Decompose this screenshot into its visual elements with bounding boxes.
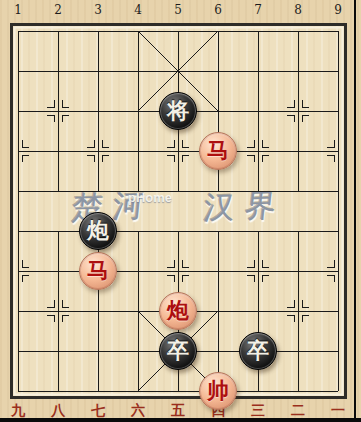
black-soldier-piece[interactable]: 卒 <box>159 332 197 370</box>
window-bottom-edge <box>0 418 361 422</box>
board-cell: 马 <box>78 251 118 291</box>
board-cell: 马 <box>198 131 238 171</box>
piece-character: 卒 <box>167 340 189 362</box>
black-cannon-piece[interactable]: 炮 <box>79 212 117 250</box>
board-cell: 炮 <box>158 291 198 331</box>
window-right-edge <box>354 0 356 422</box>
board-cell: 将 <box>158 91 198 131</box>
board-cell: 帅 <box>198 371 238 411</box>
board-cell: 卒 <box>238 331 278 371</box>
xiangqi-game-window: 123456789 楚河 汉界 pHome 将马炮马炮卒卒帅 九八七六五四三二一 <box>0 0 361 422</box>
piece-character: 马 <box>87 260 109 282</box>
piece-grid: 将马炮马炮卒卒帅 <box>0 11 358 411</box>
board-cell: 卒 <box>158 331 198 371</box>
board-cell: 炮 <box>78 211 118 251</box>
red-horse-piece[interactable]: 马 <box>199 132 237 170</box>
piece-character: 炮 <box>167 300 189 322</box>
piece-character: 将 <box>167 100 189 122</box>
red-general-piece[interactable]: 帅 <box>199 372 237 410</box>
piece-character: 炮 <box>87 220 109 242</box>
black-soldier-piece[interactable]: 卒 <box>239 332 277 370</box>
red-horse-piece[interactable]: 马 <box>79 252 117 290</box>
red-cannon-piece[interactable]: 炮 <box>159 292 197 330</box>
black-general-piece[interactable]: 将 <box>159 92 197 130</box>
piece-character: 马 <box>207 140 229 162</box>
piece-character: 卒 <box>247 340 269 362</box>
piece-character: 帅 <box>207 380 229 402</box>
